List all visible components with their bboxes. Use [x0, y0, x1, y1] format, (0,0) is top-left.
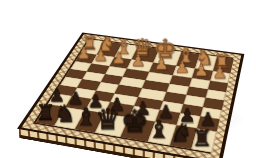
square-d5 [119, 77, 145, 89]
scene: ♜♞♝♛♚♝♞♜♟♟♟♟♟♟♟♟♟♟♟♟♟♟♟♟♜♞♝♛♚♝♞♜ [0, 0, 256, 158]
square-h5 [206, 89, 226, 100]
piece-light-bishop: ♝ [176, 45, 195, 66]
square-g6 [189, 78, 211, 89]
chessboard: ♜♞♝♛♚♝♞♜♟♟♟♟♟♟♟♟♟♟♟♟♟♟♟♟♜♞♝♛♚♝♞♜ [17, 32, 244, 158]
piece-dark-rook: ♜ [192, 126, 213, 149]
product-photo: ♜♞♝♛♚♝♞♜♟♟♟♟♟♟♟♟♟♟♟♟♟♟♟♟♜♞♝♛♚♝♞♜ [0, 0, 256, 158]
square-h1: ♜ [192, 128, 217, 152]
square-c3 [91, 90, 115, 102]
square-f2: ♟ [155, 110, 180, 125]
square-c2: ♟ [85, 99, 111, 113]
piece-light-rook: ♜ [81, 34, 97, 52]
board-grid: ♜♞♝♛♚♝♞♜♟♟♟♟♟♟♟♟♟♟♟♟♟♟♟♟♜♞♝♛♚♝♞♜ [33, 38, 233, 154]
piece-light-knight: ♞ [195, 48, 214, 69]
piece-light-rook: ♜ [214, 52, 231, 71]
square-g1: ♞ [169, 125, 197, 149]
square-d7: ♟ [127, 60, 153, 72]
